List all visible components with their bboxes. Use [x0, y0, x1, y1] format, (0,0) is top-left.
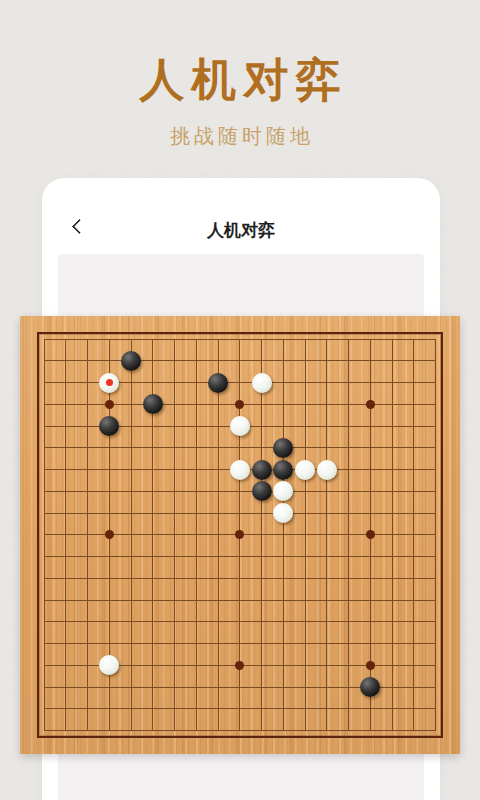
black-stone — [252, 460, 272, 480]
grid-line-horizontal — [44, 600, 436, 601]
grid-line-vertical — [283, 339, 284, 731]
grid-line-vertical — [261, 339, 262, 731]
white-stone — [252, 373, 272, 393]
grid-line-horizontal — [44, 556, 436, 557]
grid-line-vertical — [305, 339, 306, 731]
go-board[interactable] — [20, 316, 460, 754]
star-point — [105, 400, 114, 409]
white-stone — [99, 373, 119, 393]
grid-line-vertical — [348, 339, 349, 731]
white-stone — [230, 460, 250, 480]
grid-line-vertical — [392, 339, 393, 731]
white-stone — [230, 416, 250, 436]
grid-line-horizontal — [44, 708, 436, 709]
white-stone — [317, 460, 337, 480]
page-title: 人机对弈 — [0, 50, 480, 110]
last-move-marker — [106, 379, 113, 386]
grid-line-horizontal — [44, 730, 436, 731]
grid-line-vertical — [435, 339, 436, 731]
grid-line-horizontal — [44, 621, 436, 622]
black-stone — [273, 460, 293, 480]
grid-line-vertical — [326, 339, 327, 731]
page-subtitle: 挑战随时随地 — [0, 123, 480, 150]
app-nav-bar: 人机对弈 — [42, 178, 440, 254]
star-point — [366, 661, 375, 670]
black-stone — [208, 373, 228, 393]
black-stone — [121, 351, 141, 371]
grid-line-vertical — [413, 339, 414, 731]
grid-line-horizontal — [44, 643, 436, 644]
black-stone — [252, 481, 272, 501]
star-point — [366, 400, 375, 409]
nav-title: 人机对弈 — [42, 219, 440, 242]
white-stone — [295, 460, 315, 480]
grid-line-horizontal — [44, 578, 436, 579]
